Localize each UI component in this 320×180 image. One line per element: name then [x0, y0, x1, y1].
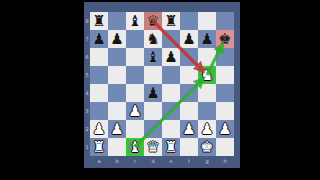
square-a6[interactable]	[90, 48, 108, 66]
file-label-c: c	[126, 156, 144, 168]
white-rook: ♜	[164, 138, 177, 156]
square-f6[interactable]	[180, 48, 198, 66]
square-b1[interactable]	[108, 138, 126, 156]
square-c2[interactable]	[126, 120, 144, 138]
white-pawn: ♟	[92, 120, 105, 138]
square-d3[interactable]	[144, 102, 162, 120]
black-pawn: ♟	[110, 30, 123, 48]
square-d6[interactable]: ♝	[144, 48, 162, 66]
square-e6[interactable]: ♟	[162, 48, 180, 66]
square-f7[interactable]: ♟	[180, 30, 198, 48]
square-c7[interactable]	[126, 30, 144, 48]
black-pawn: ♟	[92, 30, 105, 48]
square-c5[interactable]	[126, 66, 144, 84]
black-pawn: ♟	[164, 48, 177, 66]
black-pawn: ♟	[182, 30, 195, 48]
file-label-g: g	[198, 156, 216, 168]
square-f3[interactable]	[180, 102, 198, 120]
square-d8[interactable]: ♛	[144, 12, 162, 30]
square-e7[interactable]	[162, 30, 180, 48]
square-b2[interactable]: ♟	[108, 120, 126, 138]
square-b7[interactable]: ♟	[108, 30, 126, 48]
square-h6[interactable]	[216, 48, 234, 66]
white-queen: ♛	[146, 138, 159, 156]
white-knight: ♞	[200, 66, 213, 84]
square-b3[interactable]	[108, 102, 126, 120]
square-d5[interactable]	[144, 66, 162, 84]
square-d2[interactable]	[144, 120, 162, 138]
black-rook: ♜	[92, 12, 105, 30]
rank-label-1: 1	[84, 138, 90, 156]
white-rook: ♜	[92, 138, 105, 156]
white-king: ♚	[200, 138, 213, 156]
square-f2[interactable]: ♟	[180, 120, 198, 138]
square-b4[interactable]	[108, 84, 126, 102]
rank-label-5: 5	[84, 66, 90, 84]
black-queen: ♛	[146, 12, 159, 30]
black-pawn: ♟	[200, 30, 213, 48]
square-g6[interactable]	[198, 48, 216, 66]
white-pawn: ♟	[128, 102, 141, 120]
square-a8[interactable]: ♜	[90, 12, 108, 30]
square-e1[interactable]: ♜	[162, 138, 180, 156]
rank-label-6: 6	[84, 48, 90, 66]
square-f1[interactable]	[180, 138, 198, 156]
white-pawn: ♟	[200, 120, 213, 138]
square-c3[interactable]: ♟	[126, 102, 144, 120]
square-d1[interactable]: ♛	[144, 138, 162, 156]
square-e3[interactable]	[162, 102, 180, 120]
black-bishop: ♝	[146, 48, 159, 66]
white-pawn: ♟	[110, 120, 123, 138]
square-a2[interactable]: ♟	[90, 120, 108, 138]
square-b6[interactable]	[108, 48, 126, 66]
square-b8[interactable]	[108, 12, 126, 30]
square-e8[interactable]: ♜	[162, 12, 180, 30]
rank-label-8: 8	[84, 12, 90, 30]
square-e5[interactable]	[162, 66, 180, 84]
file-label-d: d	[144, 156, 162, 168]
square-h1[interactable]	[216, 138, 234, 156]
square-e2[interactable]	[162, 120, 180, 138]
square-c6[interactable]	[126, 48, 144, 66]
file-label-a: a	[90, 156, 108, 168]
square-g4[interactable]	[198, 84, 216, 102]
square-g7[interactable]: ♟	[198, 30, 216, 48]
white-pawn: ♟	[182, 120, 195, 138]
white-bishop: ♝	[128, 138, 141, 156]
file-label-f: f	[180, 156, 198, 168]
square-g1[interactable]: ♚	[198, 138, 216, 156]
square-f8[interactable]	[180, 12, 198, 30]
square-a1[interactable]: ♜	[90, 138, 108, 156]
square-c1[interactable]: ♝	[126, 138, 144, 156]
black-king: ♚	[218, 30, 231, 48]
chess-board: ♜♝♛♜♟♟♞♟♟♚♝♟♞♟♟♟♟♟♟♟♜♝♛♜♚	[90, 12, 234, 156]
square-h5[interactable]	[216, 66, 234, 84]
rank-label-2: 2	[84, 120, 90, 138]
rank-label-3: 3	[84, 102, 90, 120]
square-h7[interactable]: ♚	[216, 30, 234, 48]
black-rook: ♜	[164, 12, 177, 30]
square-a3[interactable]	[90, 102, 108, 120]
file-label-e: e	[162, 156, 180, 168]
black-bishop: ♝	[128, 12, 141, 30]
square-h2[interactable]: ♟	[216, 120, 234, 138]
square-a7[interactable]: ♟	[90, 30, 108, 48]
square-f4[interactable]	[180, 84, 198, 102]
square-a4[interactable]	[90, 84, 108, 102]
square-c8[interactable]: ♝	[126, 12, 144, 30]
black-pawn: ♟	[146, 84, 159, 102]
rank-label-7: 7	[84, 30, 90, 48]
square-g3[interactable]	[198, 102, 216, 120]
file-label-b: b	[108, 156, 126, 168]
square-d7[interactable]: ♞	[144, 30, 162, 48]
square-h4[interactable]	[216, 84, 234, 102]
square-f5[interactable]	[180, 66, 198, 84]
square-h8[interactable]	[216, 12, 234, 30]
square-g5[interactable]: ♞	[198, 66, 216, 84]
square-d4[interactable]: ♟	[144, 84, 162, 102]
chess-diagram-stage: ♜♝♛♜♟♟♞♟♟♚♝♟♞♟♟♟♟♟♟♟♜♝♛♜♚ 87654321abcdef…	[0, 0, 320, 180]
square-c4[interactable]	[126, 84, 144, 102]
square-h3[interactable]	[216, 102, 234, 120]
square-b5[interactable]	[108, 66, 126, 84]
square-g2[interactable]: ♟	[198, 120, 216, 138]
white-pawn: ♟	[218, 120, 231, 138]
rank-label-4: 4	[84, 84, 90, 102]
square-a5[interactable]	[90, 66, 108, 84]
black-knight: ♞	[146, 30, 159, 48]
file-label-h: h	[216, 156, 234, 168]
square-g8[interactable]	[198, 12, 216, 30]
square-e4[interactable]	[162, 84, 180, 102]
board-frame: ♜♝♛♜♟♟♞♟♟♚♝♟♞♟♟♟♟♟♟♟♜♝♛♜♚ 87654321abcdef…	[84, 2, 240, 168]
